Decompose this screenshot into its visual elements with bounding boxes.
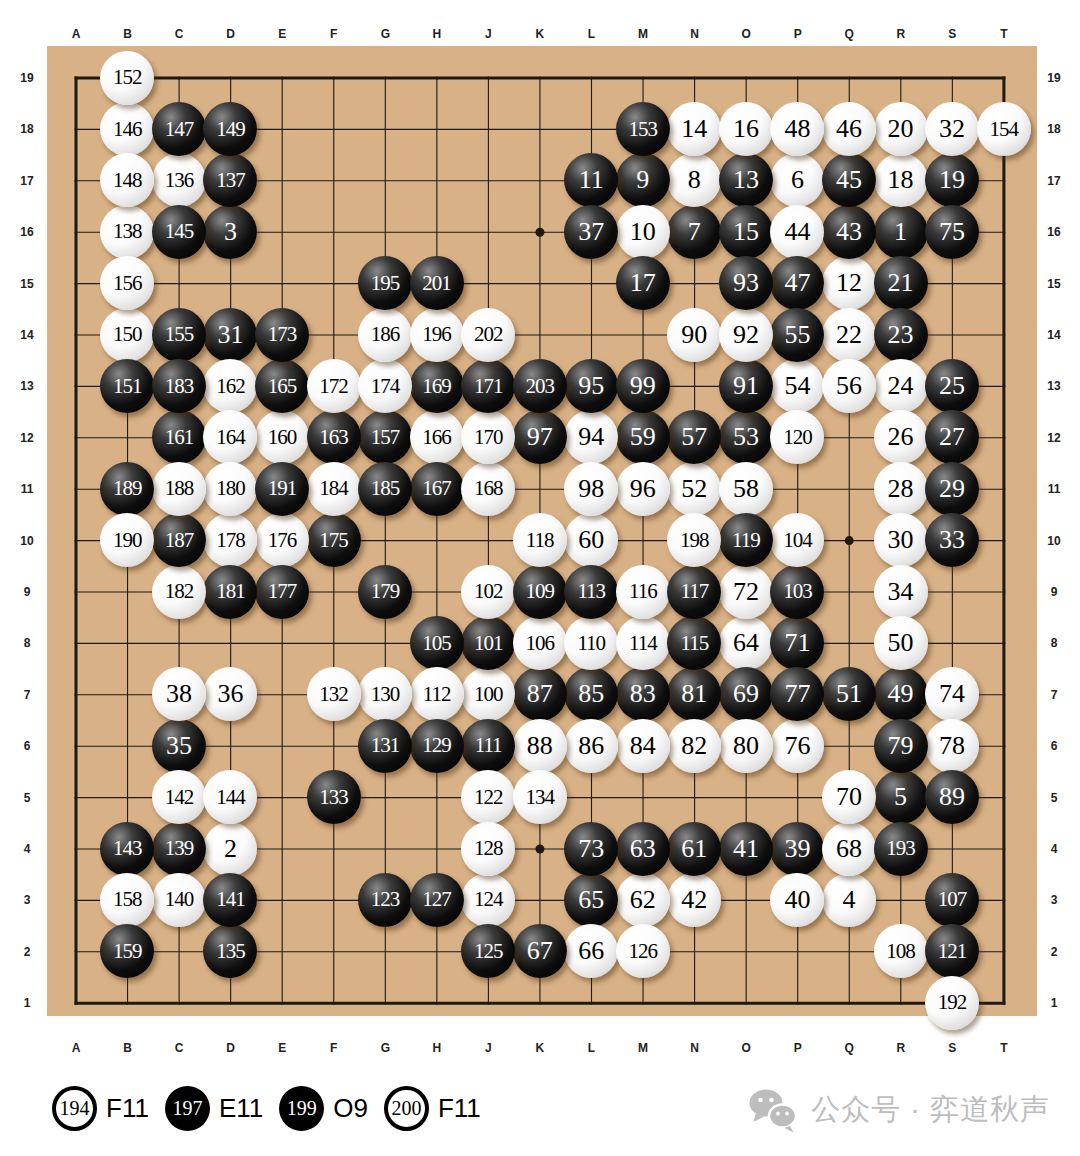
col-label-top-O: O	[741, 27, 750, 41]
stones-grid: 1234567891011121314151617181920212223242…	[50, 52, 1029, 1028]
move-number: 92	[733, 322, 759, 348]
stone-H3: 127	[410, 873, 464, 927]
stone-O10: 119	[719, 513, 773, 567]
move-number: 157	[371, 427, 400, 448]
stone-P17: 6	[770, 153, 824, 207]
row-label-left-18: 18	[20, 122, 33, 136]
move-number: 134	[525, 787, 554, 808]
stone-R2: 108	[874, 924, 928, 978]
stone-B3: 158	[100, 873, 154, 927]
stone-H13: 169	[410, 359, 464, 413]
stone-Q13: 56	[822, 359, 876, 413]
stone-O17: 13	[719, 153, 773, 207]
move-number: 160	[268, 427, 297, 448]
stone-N16: 7	[667, 205, 721, 259]
move-number: 112	[423, 684, 451, 705]
col-label-top-P: P	[794, 27, 802, 41]
move-number: 172	[319, 376, 348, 397]
move-number: 169	[422, 376, 451, 397]
move-number: 3	[224, 219, 237, 245]
stone-C16: 145	[152, 205, 206, 259]
stone-J4: 128	[461, 822, 515, 876]
move-legend: 194F11197E11199O9200F11	[52, 1082, 481, 1134]
stone-B2: 159	[100, 924, 154, 978]
move-number: 183	[165, 376, 194, 397]
move-number: 158	[113, 889, 142, 910]
move-number: 180	[216, 478, 245, 499]
stone-S7: 74	[925, 667, 979, 721]
row-label-left-9: 9	[24, 585, 31, 599]
stone-H12: 166	[410, 410, 464, 464]
stone-B16: 138	[100, 205, 154, 259]
move-number: 2	[224, 836, 237, 862]
col-label-bottom-Q: Q	[845, 1041, 854, 1055]
move-number: 10	[630, 219, 656, 245]
move-number: 62	[630, 887, 656, 913]
stone-C4: 139	[152, 822, 206, 876]
row-label-right-5: 5	[1051, 791, 1058, 805]
move-number: 119	[732, 530, 760, 551]
move-number: 45	[836, 167, 862, 193]
stone-M4: 63	[616, 822, 670, 876]
move-number: 106	[525, 633, 554, 654]
legend-point-F11: F11	[106, 1093, 149, 1124]
stone-R5: 5	[874, 770, 928, 824]
stone-B4: 143	[100, 822, 154, 876]
move-number: 126	[629, 941, 658, 962]
stone-S1: 192	[925, 976, 979, 1030]
stone-P4: 39	[770, 822, 824, 876]
stone-J13: 171	[461, 359, 515, 413]
move-number: 114	[629, 633, 657, 654]
stone-P15: 47	[770, 256, 824, 310]
stone-L12: 94	[564, 410, 618, 464]
stone-D3: 141	[203, 873, 257, 927]
stone-M13: 99	[616, 359, 670, 413]
stone-E13: 165	[255, 359, 309, 413]
move-number: 21	[888, 270, 914, 296]
move-number: 148	[113, 170, 142, 191]
stone-R17: 18	[874, 153, 928, 207]
stone-O11: 58	[719, 462, 773, 516]
move-number: 162	[216, 376, 245, 397]
stone-J3: 124	[461, 873, 515, 927]
stone-Q14: 22	[822, 308, 876, 362]
stone-S3: 107	[925, 873, 979, 927]
stone-H14: 196	[410, 308, 464, 362]
row-label-left-8: 8	[24, 636, 31, 650]
move-number: 67	[527, 938, 553, 964]
stone-J12: 170	[461, 410, 515, 464]
stone-B19: 152	[100, 51, 154, 105]
move-number: 61	[681, 836, 707, 862]
stone-R6: 79	[874, 719, 928, 773]
move-number: 201	[422, 273, 451, 294]
move-number: 135	[216, 941, 245, 962]
move-number: 101	[474, 633, 503, 654]
stone-J2: 125	[461, 924, 515, 978]
watermark: 公众号 · 弈道秋声	[747, 1086, 1050, 1134]
move-number: 22	[836, 322, 862, 348]
stone-J6: 111	[461, 719, 515, 773]
row-label-right-12: 12	[1047, 431, 1060, 445]
move-number: 85	[578, 681, 604, 707]
row-label-left-6: 6	[24, 739, 31, 753]
move-number: 53	[733, 424, 759, 450]
move-number: 129	[422, 735, 451, 756]
move-number: 164	[216, 427, 245, 448]
move-number: 127	[422, 889, 451, 910]
move-number: 121	[938, 941, 967, 962]
stone-C6: 35	[152, 719, 206, 773]
col-label-bottom-O: O	[741, 1041, 750, 1055]
move-number: 27	[939, 424, 965, 450]
stone-K5: 134	[513, 770, 567, 824]
stone-N3: 42	[667, 873, 721, 927]
stone-H7: 112	[410, 667, 464, 721]
move-number: 174	[371, 376, 400, 397]
stone-S17: 19	[925, 153, 979, 207]
move-number: 108	[886, 941, 915, 962]
move-number: 54	[784, 373, 810, 399]
move-number: 25	[939, 373, 965, 399]
stone-K7: 87	[513, 667, 567, 721]
move-number: 34	[888, 579, 914, 605]
move-number: 155	[165, 324, 194, 345]
row-label-right-9: 9	[1051, 585, 1058, 599]
stone-S11: 29	[925, 462, 979, 516]
stone-G13: 174	[358, 359, 412, 413]
stone-N17: 8	[667, 153, 721, 207]
stone-H6: 129	[410, 719, 464, 773]
stone-G3: 123	[358, 873, 412, 927]
stone-D11: 180	[203, 462, 257, 516]
stone-S2: 121	[925, 924, 979, 978]
move-number: 30	[888, 527, 914, 553]
stone-J14: 202	[461, 308, 515, 362]
move-number: 38	[166, 681, 192, 707]
move-number: 6	[791, 167, 804, 193]
stone-D7: 36	[203, 667, 257, 721]
col-label-bottom-C: C	[175, 1041, 184, 1055]
stone-C5: 142	[152, 770, 206, 824]
move-number: 1	[894, 219, 907, 245]
col-label-top-L: L	[588, 27, 595, 41]
stone-S12: 27	[925, 410, 979, 464]
stone-O7: 69	[719, 667, 773, 721]
stone-C14: 155	[152, 308, 206, 362]
move-number: 146	[113, 119, 142, 140]
stone-O15: 93	[719, 256, 773, 310]
move-number: 57	[681, 424, 707, 450]
legend-item-197: 197E11	[165, 1086, 263, 1131]
move-number: 149	[216, 119, 245, 140]
move-number: 124	[474, 889, 503, 910]
move-number: 18	[888, 167, 914, 193]
move-number: 49	[888, 681, 914, 707]
move-number: 81	[681, 681, 707, 707]
move-number: 186	[371, 324, 400, 345]
stone-H11: 167	[410, 462, 464, 516]
move-number: 132	[319, 684, 348, 705]
move-number: 80	[733, 733, 759, 759]
stone-S5: 89	[925, 770, 979, 824]
move-number: 19	[939, 167, 965, 193]
stone-N11: 52	[667, 462, 721, 516]
move-number: 71	[784, 630, 810, 656]
stone-Q7: 51	[822, 667, 876, 721]
move-number: 66	[578, 938, 604, 964]
move-number: 171	[474, 376, 503, 397]
stone-F13: 172	[307, 359, 361, 413]
col-label-top-Q: Q	[845, 27, 854, 41]
move-number: 79	[888, 733, 914, 759]
move-number: 23	[888, 322, 914, 348]
stone-R8: 50	[874, 616, 928, 670]
stone-Q18: 46	[822, 102, 876, 156]
move-number: 63	[630, 836, 656, 862]
move-number: 107	[938, 889, 967, 910]
move-number: 55	[784, 322, 810, 348]
stone-C18: 147	[152, 102, 206, 156]
move-number: 5	[894, 784, 907, 810]
stone-R9: 34	[874, 565, 928, 619]
move-number: 147	[165, 119, 194, 140]
row-label-left-11: 11	[21, 482, 34, 496]
stone-P13: 54	[770, 359, 824, 413]
row-label-right-13: 13	[1047, 379, 1060, 393]
stone-D10: 178	[203, 513, 257, 567]
stone-M11: 96	[616, 462, 670, 516]
move-number: 90	[681, 322, 707, 348]
stone-O13: 91	[719, 359, 773, 413]
move-number: 11	[579, 167, 604, 193]
stone-F11: 184	[307, 462, 361, 516]
move-number: 89	[939, 784, 965, 810]
row-label-right-3: 3	[1051, 893, 1058, 907]
move-number: 133	[319, 787, 348, 808]
stone-L7: 85	[564, 667, 618, 721]
stone-D17: 137	[203, 153, 257, 207]
stone-M17: 9	[616, 153, 670, 207]
move-number: 104	[783, 530, 812, 551]
move-number: 145	[165, 221, 194, 242]
row-label-right-19: 19	[1047, 71, 1060, 85]
move-number: 138	[113, 221, 142, 242]
move-number: 83	[630, 681, 656, 707]
move-number: 103	[783, 581, 812, 602]
legend-point-O9: O9	[333, 1093, 368, 1124]
move-number: 17	[630, 270, 656, 296]
stone-L11: 98	[564, 462, 618, 516]
stone-L2: 66	[564, 924, 618, 978]
move-number: 117	[680, 581, 708, 602]
row-label-right-1: 1	[1051, 996, 1058, 1010]
move-number: 48	[784, 116, 810, 142]
col-label-bottom-S: S	[948, 1041, 956, 1055]
col-label-top-K: K	[536, 27, 545, 41]
stone-F10: 175	[307, 513, 361, 567]
move-number: 105	[422, 633, 451, 654]
stone-P7: 77	[770, 667, 824, 721]
stone-D14: 31	[203, 308, 257, 362]
stone-D2: 135	[203, 924, 257, 978]
move-number: 29	[939, 476, 965, 502]
stone-S18: 32	[925, 102, 979, 156]
row-label-right-8: 8	[1051, 636, 1058, 650]
move-number: 42	[681, 887, 707, 913]
stone-P16: 44	[770, 205, 824, 259]
stone-P8: 71	[770, 616, 824, 670]
stone-R14: 23	[874, 308, 928, 362]
move-number: 122	[474, 787, 503, 808]
move-number: 173	[268, 324, 297, 345]
move-number: 196	[422, 324, 451, 345]
col-label-bottom-G: G	[381, 1041, 390, 1055]
move-number: 170	[474, 427, 503, 448]
move-number: 94	[578, 424, 604, 450]
col-label-top-J: J	[485, 27, 492, 41]
stone-O4: 41	[719, 822, 773, 876]
row-label-left-2: 2	[24, 945, 31, 959]
legend-item-199: 199O9	[279, 1086, 368, 1131]
move-number: 161	[165, 427, 194, 448]
stone-N9: 117	[667, 565, 721, 619]
col-label-top-D: D	[226, 27, 235, 41]
row-label-left-19: 19	[20, 71, 33, 85]
stone-B11: 189	[100, 462, 154, 516]
stone-R15: 21	[874, 256, 928, 310]
move-number: 151	[113, 376, 142, 397]
move-number: 9	[636, 167, 649, 193]
move-number: 47	[784, 270, 810, 296]
move-number: 191	[268, 478, 297, 499]
stone-N14: 90	[667, 308, 721, 362]
col-label-top-H: H	[433, 27, 442, 41]
stone-N18: 14	[667, 102, 721, 156]
move-number: 7	[688, 219, 701, 245]
stone-R7: 49	[874, 667, 928, 721]
stone-M3: 62	[616, 873, 670, 927]
col-label-bottom-R: R	[896, 1041, 905, 1055]
row-label-left-3: 3	[24, 893, 31, 907]
stone-R11: 28	[874, 462, 928, 516]
move-number: 86	[578, 733, 604, 759]
stone-R12: 26	[874, 410, 928, 464]
move-number: 156	[113, 273, 142, 294]
col-label-top-B: B	[123, 27, 132, 41]
stone-L16: 37	[564, 205, 618, 259]
stone-O12: 53	[719, 410, 773, 464]
move-number: 16	[733, 116, 759, 142]
stone-L4: 73	[564, 822, 618, 876]
stone-G12: 157	[358, 410, 412, 464]
stone-M9: 116	[616, 565, 670, 619]
stone-O8: 64	[719, 616, 773, 670]
stone-F5: 133	[307, 770, 361, 824]
move-number: 184	[319, 478, 348, 499]
move-number: 59	[630, 424, 656, 450]
stone-F12: 163	[307, 410, 361, 464]
move-number: 140	[165, 889, 194, 910]
move-number: 12	[836, 270, 862, 296]
row-label-right-4: 4	[1051, 842, 1058, 856]
stone-B10: 190	[100, 513, 154, 567]
stone-P9: 103	[770, 565, 824, 619]
stone-D12: 164	[203, 410, 257, 464]
row-label-right-6: 6	[1051, 739, 1058, 753]
col-label-bottom-E: E	[278, 1041, 286, 1055]
col-label-bottom-A: A	[72, 1041, 81, 1055]
col-label-bottom-M: M	[638, 1041, 648, 1055]
stone-D9: 181	[203, 565, 257, 619]
move-number: 84	[630, 733, 656, 759]
move-number: 195	[371, 273, 400, 294]
move-number: 179	[371, 581, 400, 602]
col-label-top-G: G	[381, 27, 390, 41]
stone-L13: 95	[564, 359, 618, 413]
row-label-right-16: 16	[1047, 225, 1060, 239]
row-label-right-10: 10	[1047, 534, 1060, 548]
stone-P10: 104	[770, 513, 824, 567]
stone-B15: 156	[100, 256, 154, 310]
legend-stone-197: 197	[165, 1086, 210, 1131]
stone-E12: 160	[255, 410, 309, 464]
stone-D4: 2	[203, 822, 257, 876]
move-number: 185	[371, 478, 400, 499]
row-label-right-17: 17	[1047, 174, 1060, 188]
stone-G14: 186	[358, 308, 412, 362]
col-label-bottom-J: J	[485, 1041, 492, 1055]
move-number: 163	[319, 427, 348, 448]
move-number: 96	[630, 476, 656, 502]
move-number: 102	[474, 581, 503, 602]
move-number: 123	[371, 889, 400, 910]
row-label-right-11: 11	[1048, 482, 1061, 496]
stone-E9: 177	[255, 565, 309, 619]
move-number: 120	[783, 427, 812, 448]
move-number: 98	[578, 476, 604, 502]
stone-S16: 75	[925, 205, 979, 259]
row-label-left-16: 16	[20, 225, 33, 239]
move-number: 73	[578, 836, 604, 862]
row-label-left-7: 7	[24, 688, 31, 702]
move-number: 58	[733, 476, 759, 502]
stone-N4: 61	[667, 822, 721, 876]
stone-O16: 15	[719, 205, 773, 259]
col-label-top-C: C	[175, 27, 184, 41]
watermark-text: 公众号 · 弈道秋声	[811, 1090, 1050, 1130]
stone-K10: 118	[513, 513, 567, 567]
move-number: 178	[216, 530, 245, 551]
col-label-bottom-H: H	[433, 1041, 442, 1055]
move-number: 72	[733, 579, 759, 605]
stone-D16: 3	[203, 205, 257, 259]
move-number: 193	[886, 838, 915, 859]
stone-T18: 154	[977, 102, 1031, 156]
col-label-top-A: A	[72, 27, 81, 41]
move-number: 36	[217, 681, 243, 707]
stone-E11: 191	[255, 462, 309, 516]
stone-H15: 201	[410, 256, 464, 310]
move-number: 51	[836, 681, 862, 707]
stone-L17: 11	[564, 153, 618, 207]
stone-J5: 122	[461, 770, 515, 824]
stone-B18: 146	[100, 102, 154, 156]
move-number: 87	[527, 681, 553, 707]
move-number: 150	[113, 324, 142, 345]
row-label-right-7: 7	[1051, 688, 1058, 702]
